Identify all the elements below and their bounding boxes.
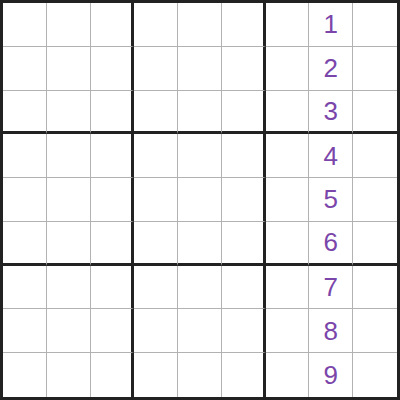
sudoku-cell[interactable]: 4	[309, 134, 353, 178]
sudoku-cell[interactable]	[222, 353, 266, 397]
cell-value: 6	[324, 229, 338, 255]
sudoku-cell[interactable]	[134, 178, 178, 222]
sudoku-cell[interactable]: 1	[309, 3, 353, 47]
sudoku-cell[interactable]	[91, 353, 135, 397]
sudoku-cell[interactable]	[47, 266, 91, 310]
sudoku-cell[interactable]	[353, 134, 397, 178]
sudoku-cell[interactable]	[266, 91, 310, 135]
sudoku-cell[interactable]	[266, 134, 310, 178]
sudoku-cell[interactable]	[222, 222, 266, 266]
sudoku-cell[interactable]	[47, 3, 91, 47]
sudoku-cell[interactable]	[222, 134, 266, 178]
sudoku-cell[interactable]	[266, 178, 310, 222]
sudoku-cell[interactable]: 8	[309, 309, 353, 353]
sudoku-cell[interactable]	[134, 309, 178, 353]
sudoku-cell[interactable]	[353, 353, 397, 397]
cell-value: 1	[324, 11, 338, 37]
sudoku-cell[interactable]	[353, 91, 397, 135]
sudoku-cell[interactable]	[91, 3, 135, 47]
sudoku-cell[interactable]	[266, 3, 310, 47]
sudoku-cell[interactable]	[91, 222, 135, 266]
sudoku-cell[interactable]	[47, 47, 91, 91]
sudoku-cell[interactable]	[134, 353, 178, 397]
sudoku-cell[interactable]	[266, 47, 310, 91]
sudoku-cell[interactable]	[3, 309, 47, 353]
cell-value: 9	[324, 362, 338, 388]
sudoku-cell[interactable]	[353, 3, 397, 47]
sudoku-cell[interactable]	[178, 222, 222, 266]
sudoku-cell[interactable]	[178, 134, 222, 178]
sudoku-cell[interactable]	[134, 3, 178, 47]
cell-value: 3	[324, 98, 338, 124]
sudoku-cell[interactable]	[3, 222, 47, 266]
sudoku-cell[interactable]: 9	[309, 353, 353, 397]
sudoku-cell[interactable]	[3, 47, 47, 91]
sudoku-cell[interactable]	[266, 222, 310, 266]
sudoku-cell[interactable]	[47, 353, 91, 397]
sudoku-cell[interactable]	[91, 47, 135, 91]
sudoku-cell[interactable]	[91, 266, 135, 310]
cell-value: 7	[324, 274, 338, 300]
sudoku-cell[interactable]	[178, 309, 222, 353]
sudoku-cell[interactable]: 3	[309, 91, 353, 135]
cell-value: 8	[324, 318, 338, 344]
sudoku-cell[interactable]	[178, 91, 222, 135]
sudoku-cell[interactable]	[91, 134, 135, 178]
sudoku-cell[interactable]	[134, 91, 178, 135]
sudoku-cell[interactable]	[266, 266, 310, 310]
sudoku-board-wrapper: 123456789	[0, 0, 400, 400]
sudoku-cell[interactable]	[47, 178, 91, 222]
sudoku-cell[interactable]	[353, 222, 397, 266]
sudoku-cell[interactable]	[3, 91, 47, 135]
sudoku-cell[interactable]	[178, 178, 222, 222]
sudoku-cell[interactable]	[353, 178, 397, 222]
sudoku-cell[interactable]	[47, 91, 91, 135]
sudoku-cell[interactable]	[134, 47, 178, 91]
sudoku-cell[interactable]	[353, 47, 397, 91]
sudoku-cell[interactable]	[3, 3, 47, 47]
sudoku-cell[interactable]: 5	[309, 178, 353, 222]
sudoku-cell[interactable]	[353, 309, 397, 353]
sudoku-cell[interactable]	[47, 309, 91, 353]
cell-value: 2	[324, 55, 338, 81]
cell-value: 4	[324, 143, 338, 169]
sudoku-cell[interactable]	[134, 222, 178, 266]
sudoku-cell[interactable]	[178, 266, 222, 310]
sudoku-cell[interactable]: 6	[309, 222, 353, 266]
sudoku-cell[interactable]	[353, 266, 397, 310]
sudoku-cell[interactable]	[91, 91, 135, 135]
sudoku-cell[interactable]	[134, 266, 178, 310]
sudoku-cell[interactable]	[3, 134, 47, 178]
sudoku-cell[interactable]	[178, 353, 222, 397]
sudoku-cell[interactable]	[222, 309, 266, 353]
sudoku-cell[interactable]	[222, 91, 266, 135]
sudoku-cell[interactable]: 7	[309, 266, 353, 310]
cell-value: 5	[324, 186, 338, 212]
sudoku-cell[interactable]	[178, 3, 222, 47]
sudoku-cell[interactable]	[91, 178, 135, 222]
sudoku-cell[interactable]	[3, 178, 47, 222]
sudoku-cell[interactable]	[266, 353, 310, 397]
sudoku-cell[interactable]	[134, 134, 178, 178]
sudoku-cell[interactable]	[222, 178, 266, 222]
sudoku-cell[interactable]	[222, 47, 266, 91]
sudoku-cell[interactable]: 2	[309, 47, 353, 91]
sudoku-cell[interactable]	[222, 266, 266, 310]
sudoku-cell[interactable]	[3, 266, 47, 310]
sudoku-board: 123456789	[0, 0, 400, 400]
sudoku-cell[interactable]	[47, 134, 91, 178]
sudoku-cell[interactable]	[178, 47, 222, 91]
sudoku-cell[interactable]	[47, 222, 91, 266]
sudoku-cell[interactable]	[266, 309, 310, 353]
sudoku-cell[interactable]	[3, 353, 47, 397]
sudoku-cell[interactable]	[222, 3, 266, 47]
sudoku-cell[interactable]	[91, 309, 135, 353]
